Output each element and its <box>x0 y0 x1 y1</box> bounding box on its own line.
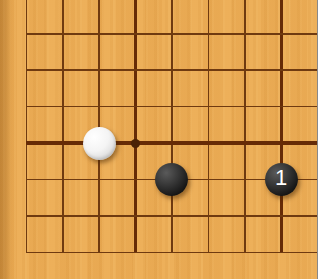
grid-line-horizontal <box>26 106 318 108</box>
stone-white <box>83 127 116 160</box>
stone-black-move-1: 1 <box>265 163 298 196</box>
move-number-label: 1 <box>275 167 287 189</box>
stone-black <box>155 163 188 196</box>
star-point <box>131 139 140 148</box>
screenshot-stage: 1 <box>0 0 317 279</box>
grid-line-horizontal <box>26 33 318 35</box>
go-board[interactable]: 1 <box>0 0 317 279</box>
grid-line-horizontal <box>26 215 318 217</box>
grid-line-horizontal <box>26 141 318 144</box>
grid-line-horizontal <box>26 69 318 71</box>
board-left-edge-shadow <box>0 0 14 279</box>
grid-line-horizontal <box>26 252 318 254</box>
